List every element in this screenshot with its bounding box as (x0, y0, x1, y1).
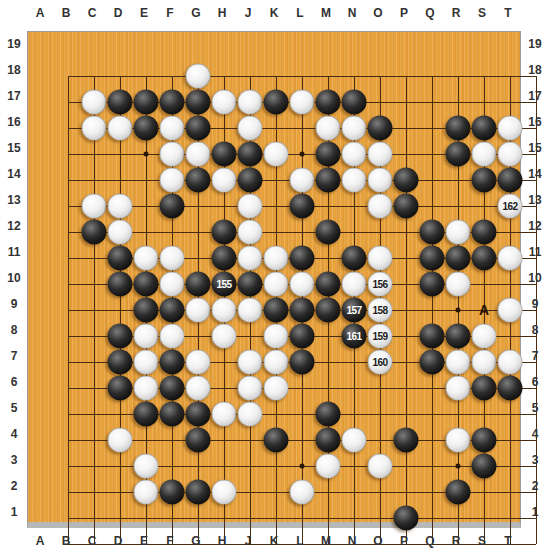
row-label-right-5: 5 (532, 401, 539, 415)
row-label-left-13: 13 (7, 193, 20, 207)
row-label-right-13: 13 (528, 193, 541, 207)
col-label-top-D: D (114, 6, 123, 20)
white-stone-H6[interactable] (238, 402, 263, 427)
black-stone-E6[interactable] (160, 402, 185, 427)
black-stone-L18[interactable] (316, 90, 341, 115)
col-label-bottom-C: C (88, 534, 97, 548)
col-label-bottom-M: M (321, 534, 331, 548)
black-stone-O2[interactable] (394, 506, 419, 531)
col-label-top-L: L (296, 6, 303, 20)
black-stone-L10[interactable] (316, 298, 341, 323)
row-label-right-7: 7 (532, 349, 539, 363)
black-stone-K12[interactable] (290, 246, 315, 271)
row-label-right-4: 4 (532, 427, 539, 441)
move-158-stone-N10[interactable]: 158 (368, 298, 393, 323)
row-label-left-3: 3 (11, 453, 18, 467)
row-label-right-14: 14 (528, 167, 541, 181)
col-label-bottom-Q: Q (425, 534, 434, 548)
black-stone-G12[interactable] (212, 246, 237, 271)
col-label-top-O: O (373, 6, 382, 20)
row-label-left-1: 1 (11, 505, 18, 519)
col-label-top-B: B (62, 6, 71, 20)
white-stone-H17[interactable] (238, 116, 263, 141)
white-stone-E17[interactable] (160, 116, 185, 141)
col-label-top-N: N (348, 6, 357, 20)
row-label-right-15: 15 (528, 141, 541, 155)
white-stone-B14[interactable] (82, 194, 107, 219)
white-stone-G10[interactable] (212, 298, 237, 323)
white-stone-H14[interactable] (238, 194, 263, 219)
col-label-top-C: C (88, 6, 97, 20)
row-label-right-1: 1 (532, 505, 539, 519)
white-stone-H10[interactable] (238, 298, 263, 323)
black-stone-F6[interactable] (186, 402, 211, 427)
move-161-stone-M9[interactable]: 161 (342, 324, 367, 349)
white-stone-F7[interactable] (186, 376, 211, 401)
white-stone-J16[interactable] (264, 142, 289, 167)
col-label-bottom-L: L (296, 534, 303, 548)
black-stone-P8[interactable] (420, 350, 445, 375)
white-stone-C5[interactable] (108, 428, 133, 453)
black-stone-C9[interactable] (108, 324, 133, 349)
white-stone-M16[interactable] (342, 142, 367, 167)
black-stone-J18[interactable] (264, 90, 289, 115)
col-label-top-A: A (36, 6, 45, 20)
col-label-top-H: H (218, 6, 227, 20)
white-stone-E9[interactable] (160, 324, 185, 349)
annotation-letter-A-R10[interactable]: A (479, 302, 489, 318)
white-stone-S10[interactable] (498, 298, 523, 323)
white-stone-G9[interactable] (212, 324, 237, 349)
white-stone-C13[interactable] (108, 220, 133, 245)
black-stone-H16[interactable] (238, 142, 263, 167)
white-stone-F10[interactable] (186, 298, 211, 323)
white-stone-H7[interactable] (238, 376, 263, 401)
black-stone-C11[interactable] (108, 272, 133, 297)
star-point (300, 152, 305, 157)
col-label-bottom-P: P (400, 534, 408, 548)
black-stone-J10[interactable] (264, 298, 289, 323)
white-stone-M15[interactable] (342, 168, 367, 193)
row-label-left-8: 8 (11, 323, 18, 337)
black-stone-L6[interactable] (316, 402, 341, 427)
black-stone-N17[interactable] (368, 116, 393, 141)
black-stone-F5[interactable] (186, 428, 211, 453)
white-stone-R16[interactable] (472, 142, 497, 167)
row-label-left-16: 16 (7, 115, 20, 129)
white-stone-N14[interactable] (368, 194, 393, 219)
row-label-right-9: 9 (532, 297, 539, 311)
white-stone-H12[interactable] (238, 246, 263, 271)
col-label-bottom-J: J (245, 534, 252, 548)
white-stone-K11[interactable] (290, 272, 315, 297)
white-stone-S8[interactable] (498, 350, 523, 375)
white-stone-Q13[interactable] (446, 220, 471, 245)
row-label-left-6: 6 (11, 375, 18, 389)
white-stone-N15[interactable] (368, 168, 393, 193)
black-stone-Q12[interactable] (446, 246, 471, 271)
black-stone-P9[interactable] (420, 324, 445, 349)
go-diagram: 162155156157158161159160A AABBCCDDEEFFGG… (0, 0, 550, 550)
col-label-bottom-G: G (191, 534, 200, 548)
white-stone-G15[interactable] (212, 168, 237, 193)
star-point (144, 152, 149, 157)
black-stone-E14[interactable] (160, 194, 185, 219)
black-stone-R7[interactable] (472, 376, 497, 401)
black-stone-O5[interactable] (394, 428, 419, 453)
black-stone-H11[interactable] (238, 272, 263, 297)
black-stone-S15[interactable] (498, 168, 523, 193)
white-stone-N4[interactable] (368, 454, 393, 479)
row-label-left-7: 7 (11, 349, 18, 363)
black-stone-L16[interactable] (316, 142, 341, 167)
col-label-bottom-F: F (166, 534, 173, 548)
black-stone-O14[interactable] (394, 194, 419, 219)
move-157-stone-M10[interactable]: 157 (342, 298, 367, 323)
col-label-top-P: P (400, 6, 408, 20)
row-label-left-9: 9 (11, 297, 18, 311)
col-label-top-R: R (452, 6, 461, 20)
white-stone-D8[interactable] (134, 350, 159, 375)
white-stone-E12[interactable] (160, 246, 185, 271)
white-stone-R9[interactable] (472, 324, 497, 349)
row-label-left-5: 5 (11, 401, 18, 415)
row-label-right-3: 3 (532, 453, 539, 467)
row-label-right-6: 6 (532, 375, 539, 389)
white-stone-C14[interactable] (108, 194, 133, 219)
col-label-bottom-O: O (373, 534, 382, 548)
black-stone-R4[interactable] (472, 454, 497, 479)
col-label-bottom-T: T (504, 534, 511, 548)
black-stone-Q16[interactable] (446, 142, 471, 167)
black-stone-G13[interactable] (212, 220, 237, 245)
black-stone-E10[interactable] (160, 298, 185, 323)
row-label-left-19: 19 (7, 37, 20, 51)
black-stone-D17[interactable] (134, 116, 159, 141)
black-stone-E18[interactable] (160, 90, 185, 115)
white-stone-E16[interactable] (160, 142, 185, 167)
black-stone-P11[interactable] (420, 272, 445, 297)
white-stone-M17[interactable] (342, 116, 367, 141)
black-stone-S7[interactable] (498, 376, 523, 401)
white-stone-B17[interactable] (82, 116, 107, 141)
white-stone-H13[interactable] (238, 220, 263, 245)
col-label-bottom-D: D (114, 534, 123, 548)
white-stone-Q5[interactable] (446, 428, 471, 453)
black-stone-P13[interactable] (420, 220, 445, 245)
col-label-bottom-R: R (452, 534, 461, 548)
white-stone-L4[interactable] (316, 454, 341, 479)
row-label-left-15: 15 (7, 141, 20, 155)
star-point (456, 464, 461, 469)
row-label-left-4: 4 (11, 427, 18, 441)
black-stone-C7[interactable] (108, 376, 133, 401)
star-point (456, 308, 461, 313)
white-stone-K18[interactable] (290, 90, 315, 115)
white-stone-J8[interactable] (264, 350, 289, 375)
col-label-bottom-A: A (36, 534, 45, 548)
move-159-stone-N9[interactable]: 159 (368, 324, 393, 349)
black-stone-C8[interactable] (108, 350, 133, 375)
black-stone-R15[interactable] (472, 168, 497, 193)
move-162-stone-S14[interactable]: 162 (498, 194, 523, 219)
black-stone-Q3[interactable] (446, 480, 471, 505)
move-156-stone-N11[interactable]: 156 (368, 272, 393, 297)
black-stone-K14[interactable] (290, 194, 315, 219)
black-stone-D10[interactable] (134, 298, 159, 323)
black-stone-F18[interactable] (186, 90, 211, 115)
col-label-top-Q: Q (425, 6, 434, 20)
grid-line-horizontal (68, 518, 536, 519)
black-stone-M18[interactable] (342, 90, 367, 115)
white-stone-S16[interactable] (498, 142, 523, 167)
black-stone-R13[interactable] (472, 220, 497, 245)
black-stone-E3[interactable] (160, 480, 185, 505)
white-stone-M11[interactable] (342, 272, 367, 297)
black-stone-F3[interactable] (186, 480, 211, 505)
col-label-top-S: S (478, 6, 486, 20)
black-stone-E7[interactable] (160, 376, 185, 401)
black-stone-C12[interactable] (108, 246, 133, 271)
white-stone-C17[interactable] (108, 116, 133, 141)
black-stone-K10[interactable] (290, 298, 315, 323)
white-stone-G18[interactable] (212, 90, 237, 115)
white-stone-E11[interactable] (160, 272, 185, 297)
row-label-left-11: 11 (8, 245, 21, 259)
row-label-right-17: 17 (528, 89, 541, 103)
black-stone-R17[interactable] (472, 116, 497, 141)
row-label-left-10: 10 (7, 271, 20, 285)
black-stone-L5[interactable] (316, 428, 341, 453)
row-label-right-19: 19 (528, 37, 541, 51)
white-stone-S17[interactable] (498, 116, 523, 141)
white-stone-Q11[interactable] (446, 272, 471, 297)
white-stone-S12[interactable] (498, 246, 523, 271)
white-stone-E15[interactable] (160, 168, 185, 193)
col-label-top-F: F (166, 6, 173, 20)
black-stone-O15[interactable] (394, 168, 419, 193)
col-label-top-E: E (140, 6, 148, 20)
col-label-bottom-E: E (140, 534, 148, 548)
black-stone-R5[interactable] (472, 428, 497, 453)
black-stone-H15[interactable] (238, 168, 263, 193)
black-stone-M12[interactable] (342, 246, 367, 271)
col-label-top-K: K (270, 6, 279, 20)
go-board[interactable]: 162155156157158161159160A (27, 31, 521, 528)
black-stone-C18[interactable] (108, 90, 133, 115)
white-stone-F16[interactable] (186, 142, 211, 167)
white-stone-R8[interactable] (472, 350, 497, 375)
row-label-right-11: 11 (529, 245, 542, 259)
black-stone-P12[interactable] (420, 246, 445, 271)
white-stone-M5[interactable] (342, 428, 367, 453)
col-label-bottom-H: H (218, 534, 227, 548)
row-label-right-16: 16 (528, 115, 541, 129)
row-label-left-14: 14 (7, 167, 20, 181)
star-point (300, 464, 305, 469)
white-stone-Q8[interactable] (446, 350, 471, 375)
move-155-stone-G11[interactable]: 155 (212, 272, 237, 297)
row-label-right-10: 10 (528, 271, 541, 285)
black-stone-Q17[interactable] (446, 116, 471, 141)
black-stone-E8[interactable] (160, 350, 185, 375)
black-stone-B13[interactable] (82, 220, 107, 245)
row-label-left-18: 18 (7, 63, 20, 77)
white-stone-G3[interactable] (212, 480, 237, 505)
col-label-bottom-K: K (270, 534, 279, 548)
white-stone-J12[interactable] (264, 246, 289, 271)
col-label-top-G: G (191, 6, 200, 20)
white-stone-N16[interactable] (368, 142, 393, 167)
black-stone-F15[interactable] (186, 168, 211, 193)
row-label-right-12: 12 (528, 219, 541, 233)
col-label-bottom-N: N (348, 534, 357, 548)
white-stone-F19[interactable] (186, 64, 211, 89)
white-stone-H8[interactable] (238, 350, 263, 375)
black-stone-Q9[interactable] (446, 324, 471, 349)
black-stone-J5[interactable] (264, 428, 289, 453)
move-160-stone-N8[interactable]: 160 (368, 350, 393, 375)
white-stone-J11[interactable] (264, 272, 289, 297)
row-label-left-2: 2 (11, 479, 18, 493)
col-label-bottom-B: B (62, 534, 71, 548)
white-stone-D7[interactable] (134, 376, 159, 401)
grid-line-vertical (432, 76, 433, 544)
black-stone-F11[interactable] (186, 272, 211, 297)
black-stone-G16[interactable] (212, 142, 237, 167)
black-stone-F17[interactable] (186, 116, 211, 141)
white-stone-K15[interactable] (290, 168, 315, 193)
white-stone-D12[interactable] (134, 246, 159, 271)
white-stone-D3[interactable] (134, 480, 159, 505)
row-label-right-18: 18 (528, 63, 541, 77)
black-stone-L11[interactable] (316, 272, 341, 297)
row-label-right-8: 8 (532, 323, 539, 337)
white-stone-L17[interactable] (316, 116, 341, 141)
white-stone-N12[interactable] (368, 246, 393, 271)
row-label-left-17: 17 (7, 89, 20, 103)
col-label-top-T: T (504, 6, 511, 20)
black-stone-L13[interactable] (316, 220, 341, 245)
white-stone-Q7[interactable] (446, 376, 471, 401)
white-stone-G6[interactable] (212, 402, 237, 427)
white-stone-D4[interactable] (134, 454, 159, 479)
white-stone-J9[interactable] (264, 324, 289, 349)
board-grid[interactable]: 162155156157158161159160A (68, 76, 536, 544)
col-label-bottom-S: S (478, 534, 486, 548)
white-stone-K3[interactable] (290, 480, 315, 505)
row-label-left-12: 12 (7, 219, 20, 233)
white-stone-H18[interactable] (238, 90, 263, 115)
black-stone-K9[interactable] (290, 324, 315, 349)
col-label-top-M: M (321, 6, 331, 20)
col-label-top-J: J (245, 6, 252, 20)
white-stone-J7[interactable] (264, 376, 289, 401)
black-stone-L15[interactable] (316, 168, 341, 193)
black-stone-D11[interactable] (134, 272, 159, 297)
white-stone-F8[interactable] (186, 350, 211, 375)
white-stone-D9[interactable] (134, 324, 159, 349)
black-stone-K8[interactable] (290, 350, 315, 375)
black-stone-D6[interactable] (134, 402, 159, 427)
black-stone-D18[interactable] (134, 90, 159, 115)
black-stone-R12[interactable] (472, 246, 497, 271)
row-label-right-2: 2 (532, 479, 539, 493)
grid-line-vertical (406, 76, 407, 544)
white-stone-B18[interactable] (82, 90, 107, 115)
